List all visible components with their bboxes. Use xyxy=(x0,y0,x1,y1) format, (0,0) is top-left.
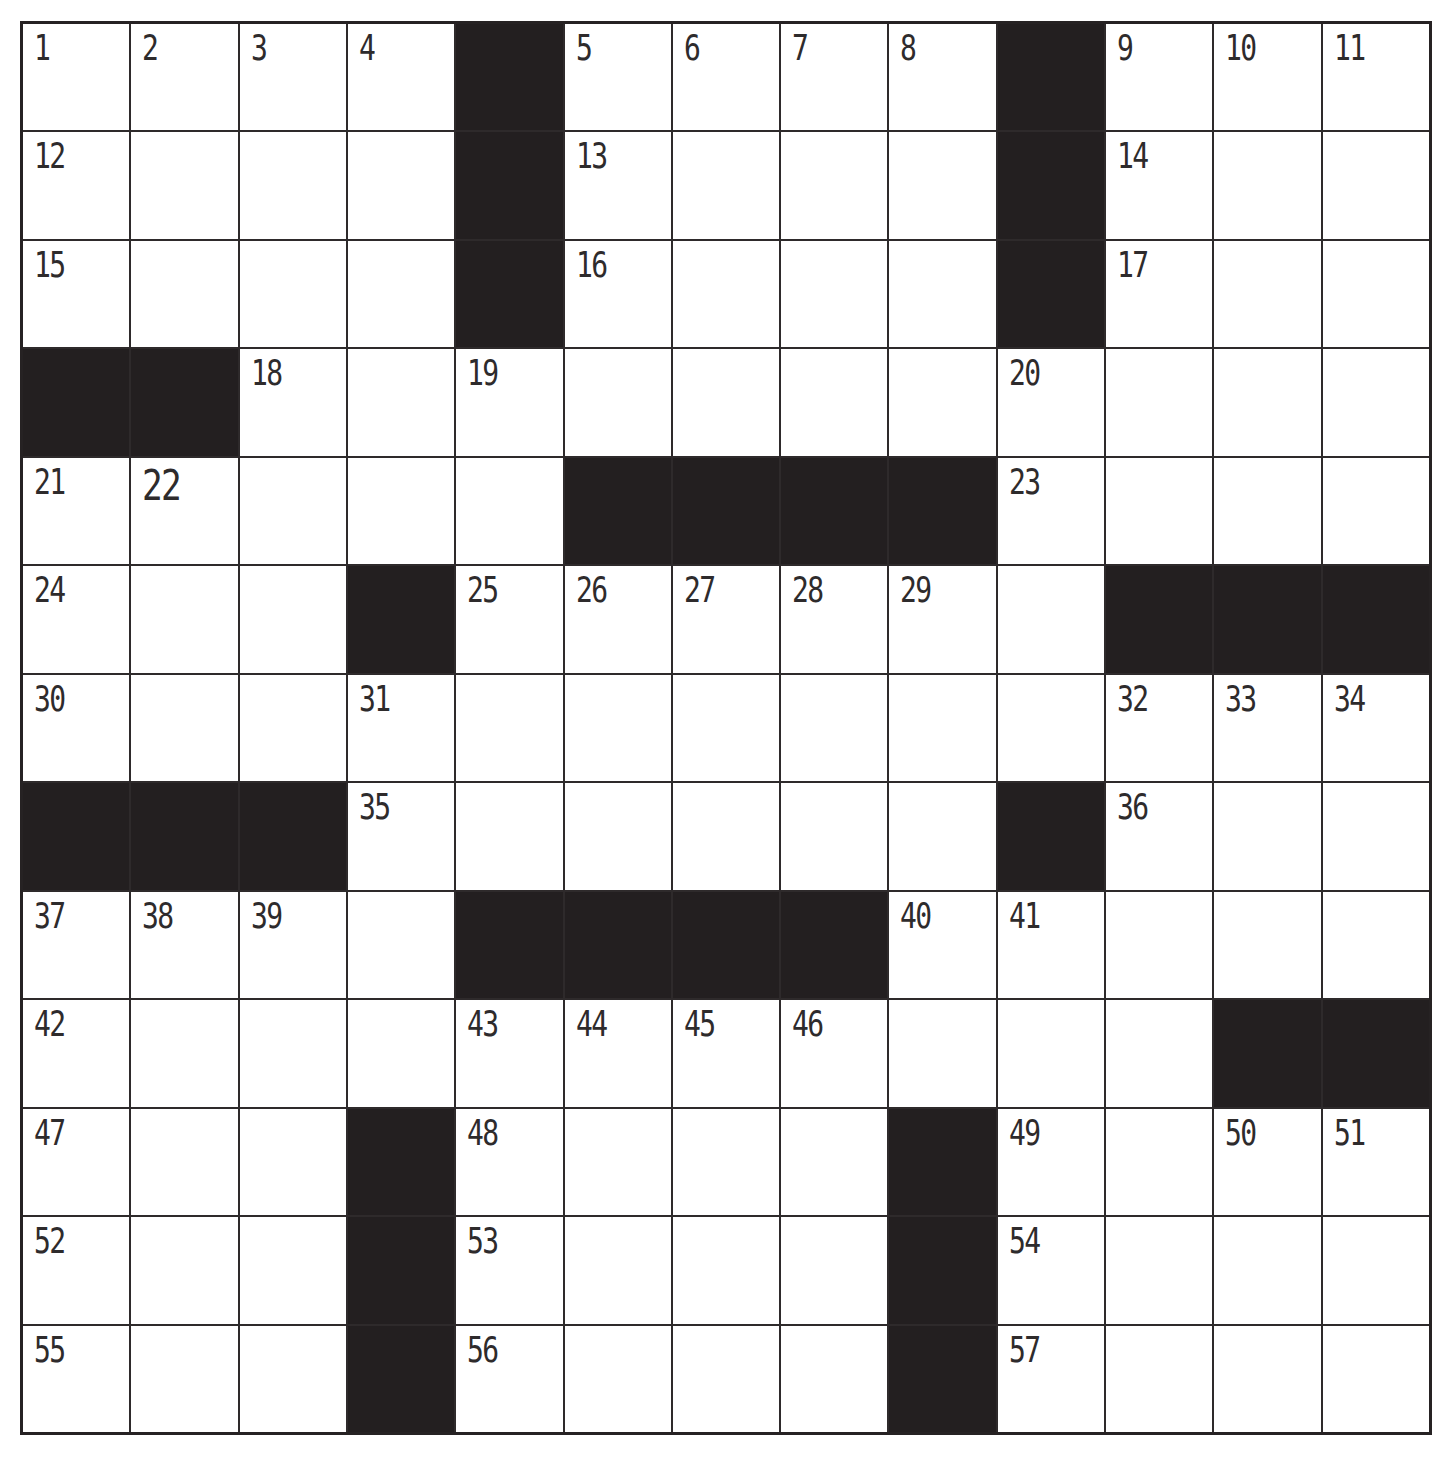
clue-number-16: 16 xyxy=(576,248,607,283)
cell-r11c7[interactable] xyxy=(673,1109,779,1215)
cell-r4c10[interactable]: 20 xyxy=(998,349,1104,455)
cell-r9c1[interactable]: 37 xyxy=(23,892,129,998)
cell-r5c3[interactable] xyxy=(240,458,346,564)
cell-r3c2[interactable] xyxy=(131,241,237,347)
clue-number-25: 25 xyxy=(467,573,498,608)
cell-r8c7[interactable] xyxy=(673,783,779,889)
cell-r2c12[interactable] xyxy=(1214,132,1320,238)
cell-r12c5[interactable]: 53 xyxy=(456,1217,562,1323)
cell-r4c9[interactable] xyxy=(889,349,995,455)
cell-r9c3[interactable]: 39 xyxy=(240,892,346,998)
cell-r12c12[interactable] xyxy=(1214,1217,1320,1323)
cell-r9c11[interactable] xyxy=(1106,892,1212,998)
black-cell-r9c5 xyxy=(456,892,562,998)
clue-number-39: 39 xyxy=(251,899,282,934)
clue-number-26: 26 xyxy=(576,573,607,608)
cell-r10c2[interactable] xyxy=(131,1000,237,1106)
cell-r2c3[interactable] xyxy=(240,132,346,238)
cell-r6c1[interactable]: 24 xyxy=(23,566,129,672)
clue-number-53: 53 xyxy=(467,1224,498,1259)
cell-r5c10[interactable]: 23 xyxy=(998,458,1104,564)
cell-r13c13[interactable] xyxy=(1323,1326,1429,1432)
cell-r10c6[interactable]: 44 xyxy=(565,1000,671,1106)
cell-r12c10[interactable]: 54 xyxy=(998,1217,1104,1323)
cell-r8c9[interactable] xyxy=(889,783,995,889)
clue-number-57: 57 xyxy=(1009,1333,1040,1368)
cell-r13c1[interactable]: 55 xyxy=(23,1326,129,1432)
cell-r11c3[interactable] xyxy=(240,1109,346,1215)
cell-r5c5[interactable] xyxy=(456,458,562,564)
clue-number-46: 46 xyxy=(792,1007,823,1042)
black-cell-r5c7 xyxy=(673,458,779,564)
cell-r1c11[interactable]: 9 xyxy=(1106,24,1212,130)
clue-number-28: 28 xyxy=(792,573,823,608)
clue-number-44: 44 xyxy=(576,1007,607,1042)
cell-r12c11[interactable] xyxy=(1106,1217,1212,1323)
black-cell-r3c10 xyxy=(998,241,1104,347)
cell-r9c9[interactable]: 40 xyxy=(889,892,995,998)
cell-r4c11[interactable] xyxy=(1106,349,1212,455)
cell-r1c8[interactable]: 7 xyxy=(781,24,887,130)
cell-r8c8[interactable] xyxy=(781,783,887,889)
black-cell-r6c13 xyxy=(1323,566,1429,672)
cell-r9c2[interactable]: 38 xyxy=(131,892,237,998)
cell-r10c10[interactable] xyxy=(998,1000,1104,1106)
cell-r12c1[interactable]: 52 xyxy=(23,1217,129,1323)
clue-number-50: 50 xyxy=(1225,1116,1256,1151)
cell-r6c10[interactable] xyxy=(998,566,1104,672)
cell-r8c11[interactable]: 36 xyxy=(1106,783,1212,889)
cell-r6c9[interactable]: 29 xyxy=(889,566,995,672)
cell-r9c4[interactable] xyxy=(348,892,454,998)
black-cell-r11c4 xyxy=(348,1109,454,1215)
clue-number-10: 10 xyxy=(1225,31,1256,66)
cell-r6c7[interactable]: 27 xyxy=(673,566,779,672)
cell-r6c2[interactable] xyxy=(131,566,237,672)
black-cell-r5c6 xyxy=(565,458,671,564)
clue-number-30: 30 xyxy=(34,682,65,717)
black-cell-r4c2 xyxy=(131,349,237,455)
clue-number-34: 34 xyxy=(1334,682,1365,717)
clue-number-27: 27 xyxy=(684,573,715,608)
cell-r7c4[interactable]: 31 xyxy=(348,675,454,781)
cell-r1c6[interactable]: 5 xyxy=(565,24,671,130)
cell-r10c3[interactable] xyxy=(240,1000,346,1106)
clue-number-23: 23 xyxy=(1009,465,1040,500)
black-cell-r1c5 xyxy=(456,24,562,130)
black-cell-r1c10 xyxy=(998,24,1104,130)
clue-number-41: 41 xyxy=(1009,899,1040,934)
cell-r10c9[interactable] xyxy=(889,1000,995,1106)
black-cell-r13c9 xyxy=(889,1326,995,1432)
black-cell-r9c7 xyxy=(673,892,779,998)
cell-r3c11[interactable]: 17 xyxy=(1106,241,1212,347)
black-cell-r8c10 xyxy=(998,783,1104,889)
cell-r13c2[interactable] xyxy=(131,1326,237,1432)
cell-r7c13[interactable]: 34 xyxy=(1323,675,1429,781)
cell-r5c11[interactable] xyxy=(1106,458,1212,564)
cell-r5c1[interactable]: 21 xyxy=(23,458,129,564)
cell-r4c3[interactable]: 18 xyxy=(240,349,346,455)
clue-number-35: 35 xyxy=(359,790,390,825)
cell-r11c13[interactable]: 51 xyxy=(1323,1109,1429,1215)
cell-r12c2[interactable] xyxy=(131,1217,237,1323)
cell-r4c6[interactable] xyxy=(565,349,671,455)
black-cell-r8c1 xyxy=(23,783,129,889)
clue-number-45: 45 xyxy=(684,1007,715,1042)
clue-number-32: 32 xyxy=(1117,682,1148,717)
cell-r10c8[interactable]: 46 xyxy=(781,1000,887,1106)
clue-number-37: 37 xyxy=(34,899,65,934)
black-cell-r6c11 xyxy=(1106,566,1212,672)
cell-r8c12[interactable] xyxy=(1214,783,1320,889)
cell-r4c12[interactable] xyxy=(1214,349,1320,455)
clue-number-1: 1 xyxy=(34,31,49,66)
cell-r1c4[interactable]: 4 xyxy=(348,24,454,130)
cell-r2c7[interactable] xyxy=(673,132,779,238)
clue-number-48: 48 xyxy=(467,1116,498,1151)
page: 1234567891011121314151617181920212223242… xyxy=(0,0,1452,1457)
cell-r6c5[interactable]: 25 xyxy=(456,566,562,672)
black-cell-r10c13 xyxy=(1323,1000,1429,1106)
black-cell-r5c9 xyxy=(889,458,995,564)
black-cell-r11c9 xyxy=(889,1109,995,1215)
cell-r2c9[interactable] xyxy=(889,132,995,238)
cell-r3c6[interactable]: 16 xyxy=(565,241,671,347)
cell-r11c8[interactable] xyxy=(781,1109,887,1215)
cell-r4c13[interactable] xyxy=(1323,349,1429,455)
black-cell-r13c4 xyxy=(348,1326,454,1432)
cell-r1c12[interactable]: 10 xyxy=(1214,24,1320,130)
cell-r9c13[interactable] xyxy=(1323,892,1429,998)
cell-r2c6[interactable]: 13 xyxy=(565,132,671,238)
cell-r11c12[interactable]: 50 xyxy=(1214,1109,1320,1215)
clue-number-29: 29 xyxy=(900,573,931,608)
cell-r12c13[interactable] xyxy=(1323,1217,1429,1323)
cell-r4c7[interactable] xyxy=(673,349,779,455)
clue-number-9: 9 xyxy=(1117,31,1132,66)
black-cell-r2c5 xyxy=(456,132,562,238)
clue-number-47: 47 xyxy=(34,1116,65,1151)
clue-number-22: 22 xyxy=(142,464,180,507)
clue-number-52: 52 xyxy=(34,1224,65,1259)
cell-r1c13[interactable]: 11 xyxy=(1323,24,1429,130)
cell-r13c7[interactable] xyxy=(673,1326,779,1432)
cell-r3c13[interactable] xyxy=(1323,241,1429,347)
clue-number-43: 43 xyxy=(467,1007,498,1042)
cell-r9c10[interactable]: 41 xyxy=(998,892,1104,998)
cell-r8c13[interactable] xyxy=(1323,783,1429,889)
black-cell-r9c6 xyxy=(565,892,671,998)
cell-r10c11[interactable] xyxy=(1106,1000,1212,1106)
clue-number-17: 17 xyxy=(1117,248,1148,283)
cell-r12c6[interactable] xyxy=(565,1217,671,1323)
cell-r11c6[interactable] xyxy=(565,1109,671,1215)
black-cell-r9c8 xyxy=(781,892,887,998)
clue-number-3: 3 xyxy=(251,31,266,66)
cell-r2c8[interactable] xyxy=(781,132,887,238)
clue-number-14: 14 xyxy=(1117,139,1148,174)
cell-r13c5[interactable]: 56 xyxy=(456,1326,562,1432)
cell-r2c2[interactable] xyxy=(131,132,237,238)
cell-r10c7[interactable]: 45 xyxy=(673,1000,779,1106)
cell-r6c3[interactable] xyxy=(240,566,346,672)
cell-r13c8[interactable] xyxy=(781,1326,887,1432)
cell-r12c8[interactable] xyxy=(781,1217,887,1323)
cell-r3c4[interactable] xyxy=(348,241,454,347)
cell-r7c2[interactable] xyxy=(131,675,237,781)
cell-r10c1[interactable]: 42 xyxy=(23,1000,129,1106)
cell-r8c6[interactable] xyxy=(565,783,671,889)
cell-r9c12[interactable] xyxy=(1214,892,1320,998)
cell-r1c7[interactable]: 6 xyxy=(673,24,779,130)
cell-r7c8[interactable] xyxy=(781,675,887,781)
cell-r8c4[interactable]: 35 xyxy=(348,783,454,889)
cell-r11c11[interactable] xyxy=(1106,1109,1212,1215)
clue-number-54: 54 xyxy=(1009,1224,1040,1259)
clue-number-51: 51 xyxy=(1334,1116,1365,1151)
clue-number-49: 49 xyxy=(1009,1116,1040,1151)
clue-number-56: 56 xyxy=(467,1333,498,1368)
clue-number-7: 7 xyxy=(792,31,807,66)
black-cell-r12c4 xyxy=(348,1217,454,1323)
cell-r2c1[interactable]: 12 xyxy=(23,132,129,238)
cell-r5c13[interactable] xyxy=(1323,458,1429,564)
black-cell-r8c2 xyxy=(131,783,237,889)
black-cell-r10c12 xyxy=(1214,1000,1320,1106)
cell-r5c12[interactable] xyxy=(1214,458,1320,564)
clue-number-55: 55 xyxy=(34,1333,65,1368)
cell-r7c5[interactable] xyxy=(456,675,562,781)
cell-r1c2[interactable]: 2 xyxy=(131,24,237,130)
clue-number-2: 2 xyxy=(142,31,157,66)
cell-r2c11[interactable]: 14 xyxy=(1106,132,1212,238)
clue-number-20: 20 xyxy=(1009,356,1040,391)
cell-r3c7[interactable] xyxy=(673,241,779,347)
cell-r13c6[interactable] xyxy=(565,1326,671,1432)
cell-r3c12[interactable] xyxy=(1214,241,1320,347)
clue-number-42: 42 xyxy=(34,1007,65,1042)
cell-r4c4[interactable] xyxy=(348,349,454,455)
cell-r7c3[interactable] xyxy=(240,675,346,781)
clue-number-11: 11 xyxy=(1334,31,1365,66)
cell-r10c5[interactable]: 43 xyxy=(456,1000,562,1106)
cell-r5c2[interactable]: 22 xyxy=(131,458,237,564)
cell-r11c10[interactable]: 49 xyxy=(998,1109,1104,1215)
cell-r2c13[interactable] xyxy=(1323,132,1429,238)
cell-r11c2[interactable] xyxy=(131,1109,237,1215)
black-cell-r4c1 xyxy=(23,349,129,455)
cell-r7c9[interactable] xyxy=(889,675,995,781)
cell-r2c4[interactable] xyxy=(348,132,454,238)
clue-number-33: 33 xyxy=(1225,682,1256,717)
cell-r5c4[interactable] xyxy=(348,458,454,564)
cell-r13c11[interactable] xyxy=(1106,1326,1212,1432)
cell-r3c8[interactable] xyxy=(781,241,887,347)
cell-r8c5[interactable] xyxy=(456,783,562,889)
cell-r1c1[interactable]: 1 xyxy=(23,24,129,130)
cell-r13c12[interactable] xyxy=(1214,1326,1320,1432)
cell-r12c7[interactable] xyxy=(673,1217,779,1323)
cell-r7c11[interactable]: 32 xyxy=(1106,675,1212,781)
cell-r6c8[interactable]: 28 xyxy=(781,566,887,672)
clue-number-13: 13 xyxy=(576,139,607,174)
black-cell-r2c10 xyxy=(998,132,1104,238)
black-cell-r5c8 xyxy=(781,458,887,564)
cell-r1c9[interactable]: 8 xyxy=(889,24,995,130)
clue-number-19: 19 xyxy=(467,356,498,391)
cell-r7c6[interactable] xyxy=(565,675,671,781)
clue-number-6: 6 xyxy=(684,31,699,66)
clue-number-38: 38 xyxy=(142,899,173,934)
cell-r7c12[interactable]: 33 xyxy=(1214,675,1320,781)
cell-r4c8[interactable] xyxy=(781,349,887,455)
clue-number-15: 15 xyxy=(34,248,65,283)
cell-r7c7[interactable] xyxy=(673,675,779,781)
clue-number-36: 36 xyxy=(1117,790,1148,825)
black-cell-r12c9 xyxy=(889,1217,995,1323)
clue-number-24: 24 xyxy=(34,573,65,608)
cell-r7c10[interactable] xyxy=(998,675,1104,781)
cell-r1c3[interactable]: 3 xyxy=(240,24,346,130)
clue-number-12: 12 xyxy=(34,139,65,174)
clue-number-21: 21 xyxy=(34,465,65,500)
clue-number-4: 4 xyxy=(359,31,374,66)
cell-r13c3[interactable] xyxy=(240,1326,346,1432)
clue-number-31: 31 xyxy=(359,682,390,717)
cell-r3c3[interactable] xyxy=(240,241,346,347)
cell-r3c9[interactable] xyxy=(889,241,995,347)
cell-r13c10[interactable]: 57 xyxy=(998,1326,1104,1432)
crossword-grid: 1234567891011121314151617181920212223242… xyxy=(20,21,1432,1435)
black-cell-r8c3 xyxy=(240,783,346,889)
black-cell-r6c4 xyxy=(348,566,454,672)
cell-r4c5[interactable]: 19 xyxy=(456,349,562,455)
cell-r6c6[interactable]: 26 xyxy=(565,566,671,672)
cell-r11c1[interactable]: 47 xyxy=(23,1109,129,1215)
clue-number-40: 40 xyxy=(900,899,931,934)
black-cell-r6c12 xyxy=(1214,566,1320,672)
black-cell-r3c5 xyxy=(456,241,562,347)
cell-r10c4[interactable] xyxy=(348,1000,454,1106)
cell-r3c1[interactable]: 15 xyxy=(23,241,129,347)
cell-r7c1[interactable]: 30 xyxy=(23,675,129,781)
clue-number-8: 8 xyxy=(900,31,915,66)
clue-number-5: 5 xyxy=(576,31,591,66)
clue-number-18: 18 xyxy=(251,356,282,391)
cell-r12c3[interactable] xyxy=(240,1217,346,1323)
cell-r11c5[interactable]: 48 xyxy=(456,1109,562,1215)
